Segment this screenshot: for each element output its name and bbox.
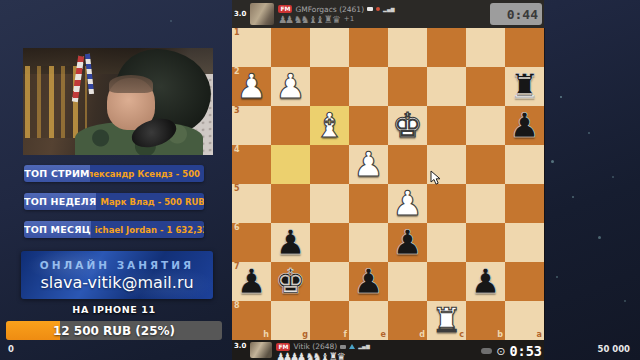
stream-overlay: ТОП СТРИМ Александр Ксендз - 500 ТОП НЕД…: [0, 0, 640, 360]
donation-min: 0: [8, 344, 14, 354]
streamer-hair: [109, 75, 153, 93]
rank-label-8: 8: [234, 302, 240, 310]
black-pawn-d6[interactable]: ♟: [392, 223, 422, 262]
black-pawn-b7[interactable]: ♟: [470, 262, 500, 301]
square-b4[interactable]: [466, 145, 505, 184]
rank-label-3: 3: [234, 107, 240, 115]
top-stream-label: ТОП СТРИМ: [24, 165, 90, 182]
square-h3[interactable]: 3: [232, 106, 271, 145]
streamer-tournament-score: 3.0: [234, 342, 246, 350]
mouse-cursor: [430, 170, 442, 190]
top-month-value: ichael Jordan - 1 632,33 RUB: [91, 221, 204, 238]
file-label-c: c: [459, 331, 464, 339]
square-d6[interactable]: ♟: [388, 223, 427, 262]
opponent-info: FM GMForgacs (2461) ▂▄▆ ♟♟ ♞♞ ♝♝ ♜ ♛ +1: [278, 5, 486, 24]
file-label-h: h: [263, 331, 269, 339]
square-f2[interactable]: [310, 67, 349, 106]
star-dot: [624, 300, 626, 302]
white-pawn-d5[interactable]: ♟: [392, 184, 422, 223]
black-rook-a2[interactable]: ♜: [509, 67, 539, 106]
white-pawn-g2[interactable]: ♟: [275, 67, 305, 106]
chess-panel: 3.0 FM GMForgacs (2461) ▂▄▆ ♟♟ ♞♞ ♝♝ ♜ ♛…: [232, 0, 544, 360]
streak-icon: [376, 7, 380, 11]
opponent-tournament-score: 3.0: [234, 10, 246, 18]
square-a7[interactable]: [505, 262, 544, 301]
square-g8[interactable]: g: [271, 301, 310, 340]
file-label-f: f: [344, 331, 347, 339]
star-dot: [556, 276, 558, 278]
square-g2[interactable]: ♟: [271, 67, 310, 106]
top-month-row: ТОП МЕСЯЦ ichael Jordan - 1 632,33 RUB: [24, 221, 204, 238]
opponent-captured-pieces: ♟♟ ♞♞ ♝♝ ♜ ♛: [278, 15, 338, 24]
square-c7[interactable]: [427, 262, 466, 301]
rank-label-2: 2: [234, 68, 240, 76]
square-g3[interactable]: [271, 106, 310, 145]
square-g7[interactable]: ♚: [271, 262, 310, 301]
square-a8[interactable]: a: [505, 301, 544, 340]
contact-email: slava-vitik@mail.ru: [21, 273, 213, 292]
black-pawn-e7[interactable]: ♟: [353, 262, 383, 301]
opponent-avatar: [250, 3, 274, 25]
square-f7[interactable]: [310, 262, 349, 301]
square-g1[interactable]: [271, 28, 310, 67]
streamer-player-bar: 3.0 FM Vitik (2648) ▂▄▆ ♟♟♟♟ ♞♞ ♝ ♜ ♛ ⊙ …: [232, 340, 544, 360]
square-h6[interactable]: 6: [232, 223, 271, 262]
star-dot: [598, 236, 601, 239]
square-d4[interactable]: [388, 145, 427, 184]
black-pawn-h7[interactable]: ♟: [236, 262, 266, 301]
donation-max: 50 000: [597, 344, 630, 354]
square-c1[interactable]: [427, 28, 466, 67]
square-h7[interactable]: 7♟: [232, 262, 271, 301]
square-h4[interactable]: 4: [232, 145, 271, 184]
square-e7[interactable]: ♟: [349, 262, 388, 301]
white-king-d3[interactable]: ♚: [392, 106, 422, 145]
square-b8[interactable]: b: [466, 301, 505, 340]
square-f5[interactable]: [310, 184, 349, 223]
square-c2[interactable]: [427, 67, 466, 106]
square-c6[interactable]: [427, 223, 466, 262]
square-a4[interactable]: [505, 145, 544, 184]
signal-bars-icon: ▂▄▆: [383, 7, 395, 12]
white-pawn-h2[interactable]: ♟: [236, 67, 266, 106]
square-h2[interactable]: 2♟: [232, 67, 271, 106]
top-month-label: ТОП МЕСЯЦ: [24, 221, 91, 238]
signal-bars-icon: ▂▄▆: [358, 344, 370, 349]
square-d7[interactable]: [388, 262, 427, 301]
black-pawn-a3[interactable]: ♟: [509, 106, 539, 145]
square-b7[interactable]: ♟: [466, 262, 505, 301]
chess-board: 12♟♟♜3♝♚♟4♟5♟6♟♟7♟♚♟♟8hgfedc♜ba: [232, 28, 545, 340]
square-c8[interactable]: c♜: [427, 301, 466, 340]
square-c3[interactable]: [427, 106, 466, 145]
square-g4[interactable]: [271, 145, 310, 184]
material-advantage: +1: [344, 15, 354, 24]
square-b3[interactable]: [466, 106, 505, 145]
square-a6[interactable]: [505, 223, 544, 262]
square-e6[interactable]: [349, 223, 388, 262]
online-lessons-title: ОНЛАЙН ЗАНЯТИЯ: [21, 259, 213, 271]
square-h5[interactable]: 5: [232, 184, 271, 223]
star-dot: [572, 196, 574, 198]
square-h1[interactable]: 1: [232, 28, 271, 67]
top-stream-value: Александр Ксендз - 500: [90, 165, 204, 182]
file-label-b: b: [497, 331, 503, 339]
square-f8[interactable]: f: [310, 301, 349, 340]
square-d1[interactable]: [388, 28, 427, 67]
square-a5[interactable]: [505, 184, 544, 223]
stopwatch-icon: ⊙: [496, 346, 505, 357]
eye-icon: [481, 348, 492, 354]
square-e1[interactable]: [349, 28, 388, 67]
streamer-name[interactable]: Vitik (2648): [293, 342, 337, 351]
opponent-player-bar: 3.0 FM GMForgacs (2461) ▂▄▆ ♟♟ ♞♞ ♝♝ ♜ ♛…: [232, 0, 544, 28]
square-b1[interactable]: [466, 28, 505, 67]
square-e2[interactable]: [349, 67, 388, 106]
rank-label-4: 4: [234, 146, 240, 154]
file-label-g: g: [302, 331, 308, 339]
square-e8[interactable]: e: [349, 301, 388, 340]
square-f4[interactable]: [310, 145, 349, 184]
square-b2[interactable]: [466, 67, 505, 106]
wifi-icon: [349, 344, 355, 349]
opponent-title-badge: FM: [278, 5, 292, 13]
top-week-value-left: Марк Влад - 500 RUB: [100, 197, 204, 207]
white-rook-c8[interactable]: ♜: [431, 301, 461, 340]
rank-label-5: 5: [234, 185, 240, 193]
square-g5[interactable]: [271, 184, 310, 223]
top-stream-row: ТОП СТРИМ Александр Ксендз - 500: [24, 165, 204, 182]
file-label-d: d: [419, 331, 425, 339]
top-week-label: ТОП НЕДЕЛЯ: [24, 193, 96, 210]
square-f3[interactable]: ♝: [310, 106, 349, 145]
white-bishop-f3[interactable]: ♝: [314, 106, 344, 145]
rank-label-6: 6: [234, 224, 240, 232]
black-king-g7[interactable]: ♚: [275, 262, 305, 301]
online-lessons-banner: ОНЛАЙН ЗАНЯТИЯ slava-vitik@mail.ru: [21, 251, 213, 299]
top-week-row: ТОП НЕДЕЛЯ Марк Влад - 500 RUB Сто: [24, 193, 204, 210]
square-a3[interactable]: ♟: [505, 106, 544, 145]
opponent-clock: 0:44: [490, 3, 542, 25]
donation-progress-bar: 12 500 RUB (25%): [6, 321, 222, 340]
flag-icon: [367, 7, 373, 11]
rank-label-7: 7: [234, 263, 240, 271]
square-d2[interactable]: [388, 67, 427, 106]
donation-goal-title: НА IPHONE 11: [0, 304, 228, 315]
streamer-avatar: [250, 342, 272, 358]
square-e5[interactable]: [349, 184, 388, 223]
star-dot: [170, 20, 172, 22]
opponent-name[interactable]: GMForgacs (2461): [295, 5, 364, 14]
streamer-clock-area: ⊙ 0:53: [481, 343, 542, 359]
streamer-clock: 0:53: [509, 343, 542, 359]
square-f6[interactable]: [310, 223, 349, 262]
webcam-video: [23, 48, 213, 155]
file-label-e: e: [381, 331, 386, 339]
star-dot: [560, 96, 562, 98]
rank-label-1: 1: [234, 29, 240, 37]
square-e4[interactable]: ♟: [349, 145, 388, 184]
square-g6[interactable]: ♟: [271, 223, 310, 262]
donation-progress-label: 12 500 RUB (25%): [6, 321, 222, 340]
streamer-title-badge: FM: [276, 343, 290, 351]
file-label-a: a: [537, 331, 542, 339]
streamer-info: FM Vitik (2648) ▂▄▆ ♟♟♟♟ ♞♞ ♝ ♜ ♛: [276, 342, 477, 360]
square-f1[interactable]: [310, 28, 349, 67]
white-pawn-e4[interactable]: ♟: [353, 145, 383, 184]
star-dot: [588, 132, 590, 134]
top-week-value: Марк Влад - 500 RUB Сто: [96, 193, 204, 210]
black-pawn-g6[interactable]: ♟: [275, 223, 305, 262]
square-d5[interactable]: ♟: [388, 184, 427, 223]
square-a1[interactable]: [505, 28, 544, 67]
square-d8[interactable]: d: [388, 301, 427, 340]
square-d3[interactable]: ♚: [388, 106, 427, 145]
square-h8[interactable]: 8h: [232, 301, 271, 340]
square-b6[interactable]: [466, 223, 505, 262]
square-b5[interactable]: [466, 184, 505, 223]
streamer-captured-pieces: ♟♟♟♟ ♞♞ ♝ ♜ ♛: [276, 352, 343, 360]
square-e3[interactable]: [349, 106, 388, 145]
flag-icon: [340, 345, 346, 349]
square-a2[interactable]: ♜: [505, 67, 544, 106]
star-dot: [551, 160, 554, 163]
star-dot: [612, 176, 614, 178]
